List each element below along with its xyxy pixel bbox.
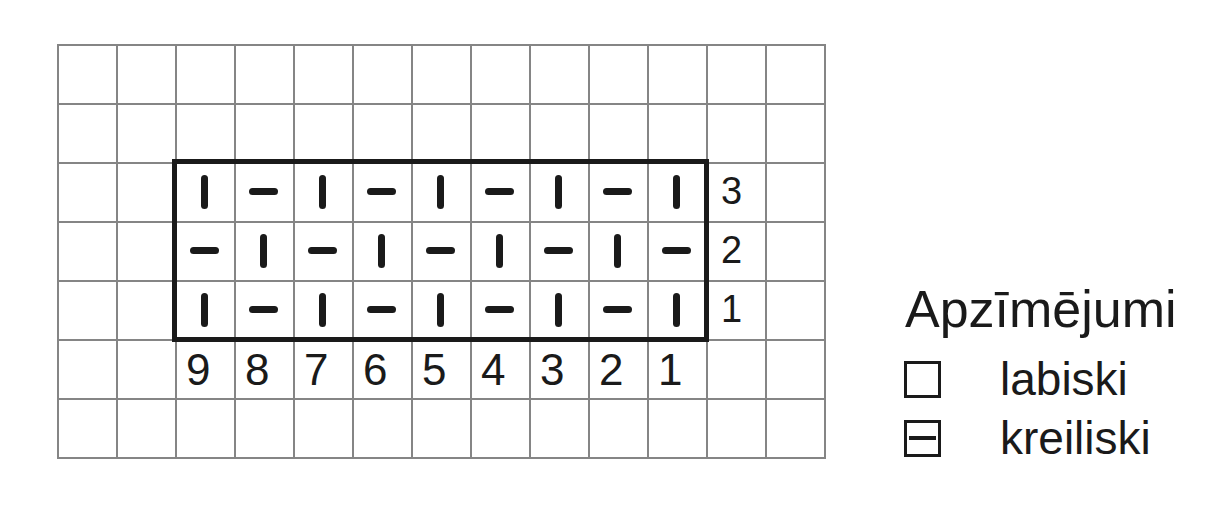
pattern-cell	[529, 221, 588, 280]
knit-vertical-bar-icon	[260, 234, 267, 268]
legend-label-kreiliski: kreiliski	[1000, 418, 1151, 458]
pattern-cell	[647, 162, 706, 221]
empty-square-icon	[904, 361, 941, 398]
grid-cell	[177, 400, 236, 459]
grid-cell	[118, 164, 177, 223]
knit-vertical-bar-icon	[319, 293, 326, 327]
purl-horizontal-dash-icon	[367, 188, 396, 195]
purl-horizontal-dash-icon	[367, 306, 396, 313]
grid-cell	[413, 105, 472, 164]
pattern-cell	[293, 221, 352, 280]
column-number: 5	[422, 340, 470, 399]
knit-vertical-bar-icon	[673, 175, 680, 209]
grid-cell	[767, 164, 826, 223]
pattern-cell	[234, 280, 293, 339]
grid-cell	[118, 282, 177, 341]
pattern-cell	[588, 162, 647, 221]
grid-cell	[295, 105, 354, 164]
pattern-cell	[529, 280, 588, 339]
column-number: 8	[245, 340, 293, 399]
knitting-chart-page: 321 987654321 Apzīmējumi labiski kreilis…	[0, 0, 1209, 517]
grid-cell	[118, 223, 177, 282]
grid-cell	[531, 105, 590, 164]
purl-horizontal-dash-icon	[190, 247, 219, 254]
column-number: 9	[186, 340, 234, 399]
knit-vertical-bar-icon	[673, 293, 680, 327]
knit-vertical-bar-icon	[437, 175, 444, 209]
grid-cell	[531, 46, 590, 105]
legend-title: Apzīmējumi	[905, 281, 1177, 337]
grid-cell	[708, 341, 767, 400]
pattern-grid	[175, 162, 706, 339]
pattern-cell	[470, 221, 529, 280]
pattern-cell	[470, 280, 529, 339]
grid-cell	[413, 46, 472, 105]
grid-cell	[177, 105, 236, 164]
column-number: 1	[658, 340, 706, 399]
grid-cell	[236, 46, 295, 105]
pattern-cell	[647, 280, 706, 339]
grid-cell	[59, 164, 118, 223]
column-number: 2	[599, 340, 647, 399]
column-number: 6	[363, 340, 411, 399]
knit-vertical-bar-icon	[201, 293, 208, 327]
knit-vertical-bar-icon	[201, 175, 208, 209]
pattern-cell	[293, 162, 352, 221]
grid-cell	[354, 105, 413, 164]
grid-cell	[59, 400, 118, 459]
grid-cell	[118, 105, 177, 164]
grid-cell	[236, 105, 295, 164]
pattern-cell	[411, 221, 470, 280]
grid-cell	[531, 400, 590, 459]
purl-horizontal-dash-icon	[308, 247, 337, 254]
grid-cell	[59, 282, 118, 341]
purl-horizontal-dash-icon	[426, 247, 455, 254]
pattern-cell	[529, 162, 588, 221]
purl-horizontal-dash-icon	[485, 188, 514, 195]
grid-cell	[708, 400, 767, 459]
knit-vertical-bar-icon	[378, 234, 385, 268]
purl-horizontal-dash-icon	[544, 247, 573, 254]
grid-cell	[295, 46, 354, 105]
pattern-cell	[293, 280, 352, 339]
grid-cell	[413, 400, 472, 459]
grid-cell	[472, 46, 531, 105]
grid-cell	[590, 105, 649, 164]
column-number: 4	[481, 340, 529, 399]
pattern-cell	[234, 162, 293, 221]
column-number: 7	[304, 340, 352, 399]
grid-cell	[708, 105, 767, 164]
grid-cell	[590, 400, 649, 459]
pattern-cell	[175, 162, 234, 221]
pattern-cell	[175, 280, 234, 339]
grid-cell	[354, 46, 413, 105]
purl-horizontal-dash-icon	[662, 247, 691, 254]
grid-cell	[767, 223, 826, 282]
knit-vertical-bar-icon	[437, 293, 444, 327]
grid-cell	[708, 46, 767, 105]
pattern-cell	[352, 280, 411, 339]
pattern-cell	[588, 221, 647, 280]
column-number: 3	[540, 340, 588, 399]
grid-cell	[295, 400, 354, 459]
grid-cell	[177, 46, 236, 105]
purl-horizontal-dash-icon	[485, 306, 514, 313]
knit-vertical-bar-icon	[555, 175, 562, 209]
grid-cell	[472, 400, 531, 459]
grid-cell	[767, 282, 826, 341]
grid-cell	[59, 223, 118, 282]
legend-item-labiski: labiski	[904, 359, 1128, 399]
purl-horizontal-dash-icon	[603, 188, 632, 195]
grid-cell	[118, 46, 177, 105]
row-number: 1	[721, 280, 771, 339]
pattern-cell	[588, 280, 647, 339]
row-number: 2	[721, 221, 771, 280]
pattern-cell	[234, 221, 293, 280]
pattern-cell	[352, 162, 411, 221]
purl-horizontal-dash-icon	[249, 188, 278, 195]
grid-cell	[767, 341, 826, 400]
pattern-cell	[175, 221, 234, 280]
grid-cell	[649, 400, 708, 459]
pattern-cell	[411, 162, 470, 221]
horizontal-dash-icon	[909, 436, 936, 440]
grid-cell	[236, 400, 295, 459]
grid-cell	[649, 105, 708, 164]
knit-vertical-bar-icon	[319, 175, 326, 209]
row-number: 3	[721, 162, 771, 221]
grid-cell	[767, 46, 826, 105]
grid-cell	[767, 105, 826, 164]
grid-cell	[59, 46, 118, 105]
grid-cell	[59, 341, 118, 400]
pattern-cell	[647, 221, 706, 280]
grid-cell	[649, 46, 708, 105]
grid-cell	[118, 400, 177, 459]
grid-cell	[590, 46, 649, 105]
pattern-cell	[352, 221, 411, 280]
knit-vertical-bar-icon	[614, 234, 621, 268]
pattern-cell	[411, 280, 470, 339]
knit-vertical-bar-icon	[555, 293, 562, 327]
legend-item-kreiliski: kreiliski	[904, 418, 1151, 458]
grid-cell	[118, 341, 177, 400]
pattern-cell	[470, 162, 529, 221]
purl-horizontal-dash-icon	[603, 306, 632, 313]
grid-cell	[59, 105, 118, 164]
grid-cell	[354, 400, 413, 459]
purl-horizontal-dash-icon	[249, 306, 278, 313]
dash-square-icon	[904, 420, 941, 457]
grid-cell	[472, 105, 531, 164]
legend-label-labiski: labiski	[1000, 359, 1128, 399]
knit-vertical-bar-icon	[496, 234, 503, 268]
grid-cell	[767, 400, 826, 459]
